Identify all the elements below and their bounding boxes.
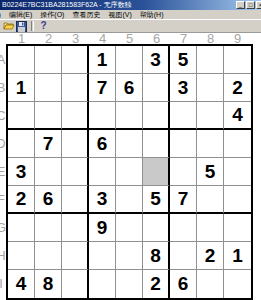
cell-C8[interactable]	[197, 102, 224, 130]
cell-D9[interactable]	[224, 130, 251, 158]
minimize-button[interactable]: _	[236, 1, 245, 9]
window-title: B0224E7BC31BA281583F62A - 无序数独	[2, 0, 132, 10]
cell-G5[interactable]	[116, 214, 143, 242]
cell-A3[interactable]	[62, 46, 89, 74]
cell-F8[interactable]	[197, 186, 224, 214]
cell-E9[interactable]	[224, 158, 251, 186]
menu-bar: 文件(F)编辑(E)操作(O)查看历史视图(V)帮助(H)	[0, 10, 261, 19]
cell-A7[interactable]: 5	[170, 46, 197, 74]
cell-B7[interactable]: 3	[170, 74, 197, 102]
cell-A9[interactable]	[224, 46, 251, 74]
menu-item-edit[interactable]: 编辑(E)	[5, 10, 36, 19]
cell-I9[interactable]	[224, 270, 251, 298]
cell-E4[interactable]	[89, 158, 116, 186]
cell-I2[interactable]: 8	[35, 270, 62, 298]
cell-H8[interactable]: 2	[197, 242, 224, 270]
cell-H9[interactable]: 1	[224, 242, 251, 270]
cell-F9[interactable]	[224, 186, 251, 214]
cell-C4[interactable]	[89, 102, 116, 130]
cell-H1[interactable]	[8, 242, 35, 270]
cell-D3[interactable]	[62, 130, 89, 158]
cell-E3[interactable]	[62, 158, 89, 186]
cell-I1[interactable]: 4	[8, 270, 35, 298]
cell-A5[interactable]	[116, 46, 143, 74]
cell-D4[interactable]: 6	[89, 130, 116, 158]
menu-item-action[interactable]: 操作(O)	[36, 10, 68, 19]
cell-B1[interactable]: 1	[8, 74, 35, 102]
sudoku-grid: 13517632476352635798214826	[6, 44, 253, 300]
cell-I5[interactable]	[116, 270, 143, 298]
open-folder-icon	[3, 21, 15, 31]
menu-item-help[interactable]: 帮助(H)	[136, 10, 168, 19]
cell-E7[interactable]	[170, 158, 197, 186]
cell-B5[interactable]: 6	[116, 74, 143, 102]
cell-C3[interactable]	[62, 102, 89, 130]
cell-I7[interactable]: 6	[170, 270, 197, 298]
cell-E1[interactable]: 3	[8, 158, 35, 186]
column-labels: 123456789	[8, 33, 251, 44]
cell-F1[interactable]: 2	[8, 186, 35, 214]
cell-H6[interactable]: 8	[143, 242, 170, 270]
cell-F4[interactable]: 3	[89, 186, 116, 214]
cell-G4[interactable]: 9	[89, 214, 116, 242]
menu-item-view[interactable]: 视图(V)	[104, 10, 135, 19]
cell-C1[interactable]	[8, 102, 35, 130]
cell-F2[interactable]: 6	[35, 186, 62, 214]
cell-A4[interactable]: 1	[89, 46, 116, 74]
cell-H7[interactable]	[170, 242, 197, 270]
cell-B2[interactable]	[35, 74, 62, 102]
cell-D1[interactable]	[8, 130, 35, 158]
cell-I8[interactable]	[197, 270, 224, 298]
cell-C9[interactable]: 4	[224, 102, 251, 130]
cell-F5[interactable]	[116, 186, 143, 214]
cell-G1[interactable]	[8, 214, 35, 242]
window-controls: _ □ ×	[236, 1, 261, 9]
cell-C5[interactable]	[116, 102, 143, 130]
cell-C7[interactable]	[170, 102, 197, 130]
save-disk-icon	[16, 21, 27, 32]
cell-E8[interactable]: 5	[197, 158, 224, 186]
cell-G7[interactable]	[170, 214, 197, 242]
maximize-button[interactable]: □	[246, 1, 255, 9]
cell-I6[interactable]: 2	[143, 270, 170, 298]
cell-B6[interactable]	[143, 74, 170, 102]
cell-B4[interactable]: 7	[89, 74, 116, 102]
cell-C6[interactable]	[143, 102, 170, 130]
cell-A1[interactable]	[8, 46, 35, 74]
sudoku-board: 123456789 ABCDEFGHI 13517632476352635798…	[0, 33, 261, 300]
cell-G8[interactable]	[197, 214, 224, 242]
cell-G6[interactable]	[143, 214, 170, 242]
title-bar: B0224E7BC31BA281583F62A - 无序数独 _ □ ×	[0, 0, 261, 10]
cell-H2[interactable]	[35, 242, 62, 270]
menu-item-history[interactable]: 查看历史	[68, 10, 104, 19]
cell-I4[interactable]	[89, 270, 116, 298]
open-button[interactable]	[2, 20, 15, 32]
cell-A6[interactable]: 3	[143, 46, 170, 74]
cell-F7[interactable]: 7	[170, 186, 197, 214]
cell-G2[interactable]	[35, 214, 62, 242]
cell-D6[interactable]	[143, 130, 170, 158]
cell-E5[interactable]	[116, 158, 143, 186]
cell-H5[interactable]	[116, 242, 143, 270]
cell-I3[interactable]	[62, 270, 89, 298]
cell-E6[interactable]	[143, 158, 170, 186]
cell-B9[interactable]: 2	[224, 74, 251, 102]
app-window: B0224E7BC31BA281583F62A - 无序数独 _ □ × 文件(…	[0, 0, 261, 300]
help-icon: ?	[40, 21, 46, 31]
cell-A8[interactable]	[197, 46, 224, 74]
cell-A2[interactable]	[35, 46, 62, 74]
close-button[interactable]: ×	[256, 1, 261, 9]
cell-B3[interactable]	[62, 74, 89, 102]
cell-C2[interactable]	[35, 102, 62, 130]
cell-H4[interactable]	[89, 242, 116, 270]
cell-H3[interactable]	[62, 242, 89, 270]
cell-D2[interactable]: 7	[35, 130, 62, 158]
cell-D8[interactable]	[197, 130, 224, 158]
cell-E2[interactable]	[35, 158, 62, 186]
cell-G9[interactable]	[224, 214, 251, 242]
toolbar-separator	[31, 21, 34, 31]
cell-F6[interactable]: 5	[143, 186, 170, 214]
cell-G3[interactable]	[62, 214, 89, 242]
cell-B8[interactable]	[197, 74, 224, 102]
cell-D5[interactable]	[116, 130, 143, 158]
cell-D7[interactable]	[170, 130, 197, 158]
cell-F3[interactable]	[62, 186, 89, 214]
